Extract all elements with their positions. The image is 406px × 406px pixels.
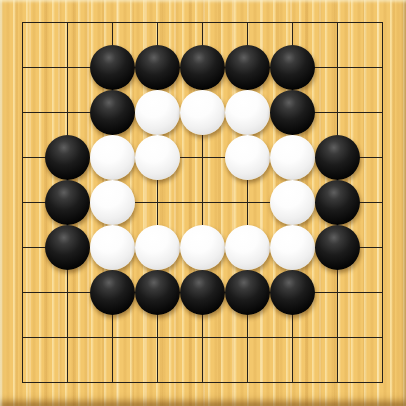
black-stone: [45, 180, 90, 225]
white-stone: [135, 225, 180, 270]
board-intersection[interactable]: [135, 90, 180, 135]
board-intersection[interactable]: [135, 315, 180, 360]
board-intersection[interactable]: [270, 135, 315, 180]
board-intersection[interactable]: [360, 0, 405, 45]
white-stone: [225, 90, 270, 135]
board-intersection[interactable]: [180, 180, 225, 225]
board-intersection[interactable]: [225, 135, 270, 180]
board-intersection[interactable]: [0, 225, 45, 270]
board-intersection[interactable]: [0, 360, 45, 405]
board-intersection[interactable]: [45, 315, 90, 360]
board-intersection[interactable]: [45, 45, 90, 90]
board-intersection[interactable]: [45, 270, 90, 315]
board-intersection[interactable]: [360, 225, 405, 270]
white-stone: [225, 225, 270, 270]
board-intersection[interactable]: [360, 45, 405, 90]
board-intersection[interactable]: [360, 90, 405, 135]
board-intersection[interactable]: [225, 360, 270, 405]
white-stone: [135, 90, 180, 135]
board-intersection[interactable]: [90, 0, 135, 45]
board-intersection[interactable]: [270, 90, 315, 135]
board-intersection[interactable]: [270, 270, 315, 315]
black-stone: [135, 270, 180, 315]
white-stone: [270, 180, 315, 225]
board-intersection[interactable]: [270, 180, 315, 225]
board-intersection[interactable]: [135, 180, 180, 225]
white-stone: [180, 225, 225, 270]
black-stone: [45, 135, 90, 180]
board-intersection[interactable]: [315, 0, 360, 45]
white-stone: [225, 135, 270, 180]
board-intersection[interactable]: [360, 180, 405, 225]
board-intersection[interactable]: [180, 45, 225, 90]
board-intersection[interactable]: [315, 45, 360, 90]
board-intersection[interactable]: [225, 225, 270, 270]
board-intersection[interactable]: [225, 180, 270, 225]
black-stone: [135, 45, 180, 90]
white-stone: [90, 225, 135, 270]
board-intersection[interactable]: [0, 45, 45, 90]
board-intersection[interactable]: [270, 315, 315, 360]
board-intersection[interactable]: [90, 315, 135, 360]
board-intersection[interactable]: [90, 180, 135, 225]
board-intersection[interactable]: [135, 225, 180, 270]
black-stone: [90, 45, 135, 90]
board-intersection[interactable]: [225, 270, 270, 315]
board-intersection[interactable]: [0, 0, 45, 45]
white-stone: [135, 135, 180, 180]
board-intersection[interactable]: [270, 360, 315, 405]
board-intersection[interactable]: [45, 90, 90, 135]
board-intersection[interactable]: [180, 0, 225, 45]
board-intersection[interactable]: [315, 360, 360, 405]
board-intersection[interactable]: [45, 225, 90, 270]
board-grid: [0, 0, 405, 405]
white-stone: [90, 180, 135, 225]
board-intersection[interactable]: [270, 0, 315, 45]
board-intersection[interactable]: [90, 360, 135, 405]
board-intersection[interactable]: [225, 0, 270, 45]
board-intersection[interactable]: [45, 360, 90, 405]
board-intersection[interactable]: [135, 360, 180, 405]
board-intersection[interactable]: [135, 270, 180, 315]
board-intersection[interactable]: [180, 360, 225, 405]
board-intersection[interactable]: [360, 315, 405, 360]
board-intersection[interactable]: [315, 90, 360, 135]
board-intersection[interactable]: [315, 180, 360, 225]
board-intersection[interactable]: [315, 225, 360, 270]
black-stone: [315, 135, 360, 180]
board-intersection[interactable]: [45, 180, 90, 225]
board-intersection[interactable]: [180, 315, 225, 360]
black-stone: [90, 270, 135, 315]
black-stone: [225, 45, 270, 90]
board-intersection[interactable]: [45, 0, 90, 45]
board-intersection[interactable]: [360, 270, 405, 315]
black-stone: [180, 45, 225, 90]
board-intersection[interactable]: [270, 225, 315, 270]
white-stone: [270, 135, 315, 180]
black-stone: [315, 180, 360, 225]
board-intersection[interactable]: [0, 90, 45, 135]
board-intersection[interactable]: [180, 270, 225, 315]
board-intersection[interactable]: [315, 315, 360, 360]
white-stone: [270, 225, 315, 270]
board-intersection[interactable]: [90, 225, 135, 270]
board-intersection[interactable]: [360, 135, 405, 180]
board-intersection[interactable]: [135, 45, 180, 90]
board-intersection[interactable]: [0, 270, 45, 315]
board-intersection[interactable]: [315, 270, 360, 315]
black-stone: [45, 225, 90, 270]
board-intersection[interactable]: [90, 135, 135, 180]
board-intersection[interactable]: [135, 135, 180, 180]
board-intersection[interactable]: [90, 270, 135, 315]
white-stone: [90, 135, 135, 180]
black-stone: [270, 90, 315, 135]
board-intersection[interactable]: [90, 45, 135, 90]
black-stone: [270, 270, 315, 315]
black-stone: [270, 45, 315, 90]
board-intersection[interactable]: [180, 225, 225, 270]
black-stone: [225, 270, 270, 315]
board-intersection[interactable]: [180, 135, 225, 180]
board-intersection[interactable]: [315, 135, 360, 180]
board-intersection[interactable]: [225, 45, 270, 90]
black-stone: [180, 270, 225, 315]
board-intersection[interactable]: [270, 45, 315, 90]
board-intersection[interactable]: [360, 360, 405, 405]
board-intersection[interactable]: [90, 90, 135, 135]
board-intersection[interactable]: [45, 135, 90, 180]
board-intersection[interactable]: [0, 135, 45, 180]
board-intersection[interactable]: [225, 315, 270, 360]
board-intersection[interactable]: [0, 180, 45, 225]
board-intersection[interactable]: [135, 0, 180, 45]
black-stone: [90, 90, 135, 135]
white-stone: [180, 90, 225, 135]
board-intersection[interactable]: [0, 315, 45, 360]
black-stone: [315, 225, 360, 270]
go-board: [0, 0, 406, 406]
board-intersection[interactable]: [225, 90, 270, 135]
board-intersection[interactable]: [180, 90, 225, 135]
